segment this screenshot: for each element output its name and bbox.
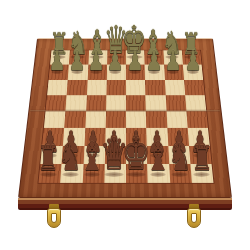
latch-right [186,204,202,229]
square-e2 [126,146,147,164]
square-g3 [167,128,189,146]
square-c4 [85,111,106,128]
square-c6 [86,80,106,95]
square-g4 [166,111,187,128]
square-h1 [190,164,213,183]
square-g6 [164,80,184,95]
latch-left [46,204,62,229]
square-f4 [146,111,167,128]
square-c8 [88,50,107,64]
square-c2 [83,146,105,164]
square-g8 [163,50,183,64]
square-a6 [47,80,68,95]
board-grid [37,50,214,184]
square-f2 [147,146,169,164]
square-c1 [82,164,104,183]
square-d8 [107,50,126,64]
square-e3 [126,128,147,146]
square-a8 [50,50,70,64]
square-a7 [49,65,69,80]
square-b4 [64,111,85,128]
square-b7 [68,65,88,80]
square-h3 [187,128,209,146]
square-f6 [145,80,165,95]
square-a2 [40,146,63,164]
board-hinge-seam [30,110,220,112]
square-b8 [69,50,89,64]
square-g2 [168,146,190,164]
square-c7 [87,65,107,80]
square-f8 [144,50,163,64]
square-d4 [105,111,126,128]
square-f3 [146,128,167,146]
latch-hole [191,213,197,223]
latch-hole [51,213,57,223]
square-h2 [189,146,212,164]
square-d6 [106,80,126,95]
square-b3 [63,128,85,146]
folding-chess-board [18,39,232,198]
square-d7 [107,65,126,80]
square-f1 [147,164,169,183]
square-e6 [126,80,146,95]
square-h6 [184,80,205,95]
square-b6 [67,80,87,95]
square-d1 [104,164,126,183]
square-d3 [105,128,126,146]
square-e4 [126,111,147,128]
square-e1 [126,164,148,183]
square-d2 [105,146,126,164]
square-e7 [126,65,145,80]
square-a1 [38,164,61,183]
square-b1 [60,164,83,183]
square-h8 [182,50,202,64]
square-f7 [145,65,165,80]
chess-set-product-photo: ♜♞♝♛♚♝♞♜♟♟♟♟♟♟♟♟♟♟♟♟♟♟♟♟♜♞♝♛♚♝♞♜ [0,0,250,250]
square-e8 [126,50,145,64]
square-h7 [183,65,203,80]
square-b2 [62,146,84,164]
square-a3 [42,128,64,146]
square-g7 [164,65,184,80]
square-a4 [44,111,66,128]
square-g1 [169,164,192,183]
square-h4 [186,111,208,128]
square-c3 [84,128,105,146]
